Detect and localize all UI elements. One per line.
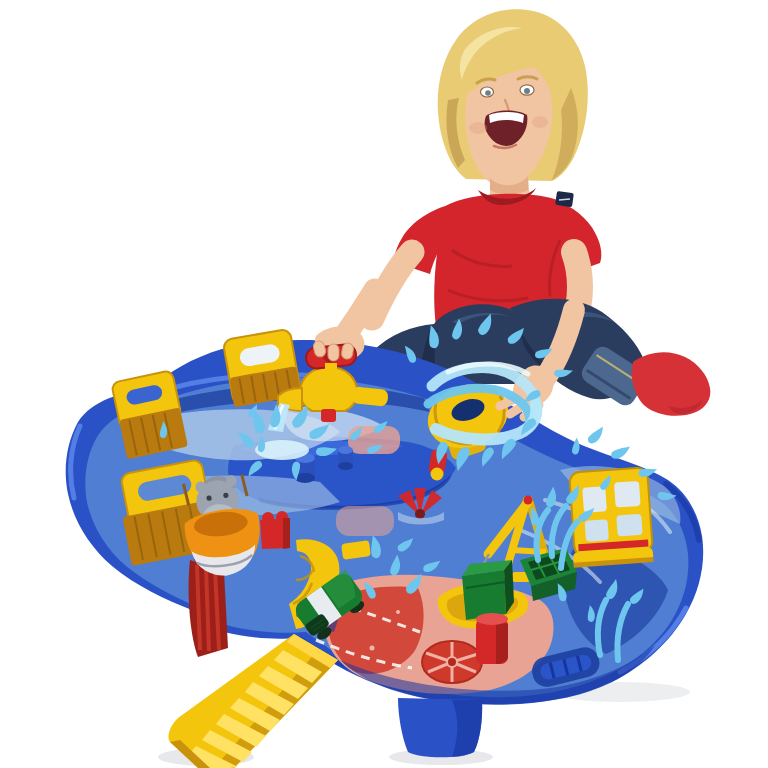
red-pillar — [476, 613, 508, 664]
boy-cheek-right — [532, 116, 548, 128]
road-droplet-1 — [370, 646, 375, 651]
road-waterwheel-emblem — [422, 641, 482, 683]
floor-pink-mid — [336, 506, 394, 536]
boy-cheek-left — [469, 122, 487, 134]
boy-left-iris — [485, 90, 491, 96]
green-container-front — [462, 570, 506, 620]
road-droplet-2 — [396, 610, 400, 614]
island-peg-2 — [338, 446, 353, 470]
scene — [0, 0, 768, 768]
boy-right-iris — [524, 88, 530, 94]
product-photo: Laughing blond toddler in a red t-shirt … — [0, 0, 768, 768]
boy-sleeve-patch-mark — [559, 199, 570, 200]
